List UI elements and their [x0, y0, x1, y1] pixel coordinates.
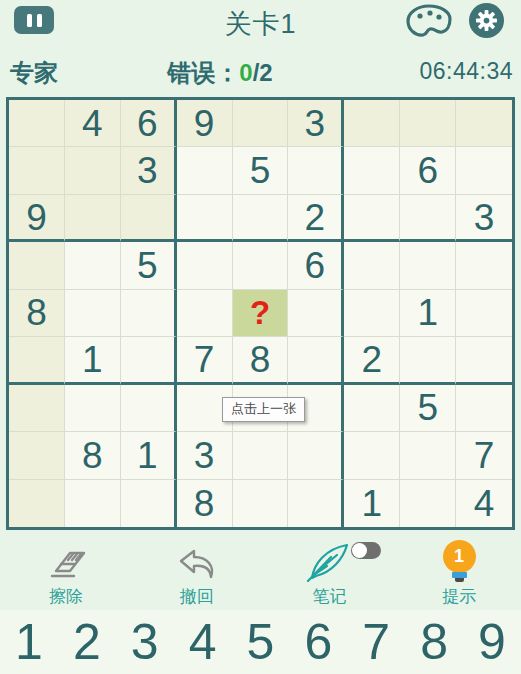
cell-r1c9[interactable]: [456, 100, 512, 147]
gear-icon: [475, 9, 498, 32]
hint-label: 提示: [442, 585, 476, 608]
cell-r2c6[interactable]: [288, 147, 344, 194]
cell-r2c7[interactable]: [344, 147, 400, 194]
numpad-8[interactable]: 8: [420, 617, 448, 667]
cell-r9c9[interactable]: 4: [456, 480, 512, 527]
cell-r4c9[interactable]: [456, 242, 512, 289]
errors-current: 0: [239, 59, 252, 86]
cell-r1c1[interactable]: [9, 100, 65, 147]
cell-r9c2[interactable]: [65, 480, 121, 527]
cell-r2c9[interactable]: [456, 147, 512, 194]
notes-label: 笔记: [312, 585, 346, 608]
erase-button[interactable]: 擦除: [44, 540, 88, 608]
notes-button[interactable]: 笔记: [305, 540, 353, 608]
cell-r2c4[interactable]: [177, 147, 233, 194]
erase-label: 擦除: [49, 585, 83, 608]
cell-r3c5[interactable]: [233, 195, 289, 242]
sudoku-grid: 4693356923568?1178258137814: [6, 97, 515, 530]
cell-r5c3[interactable]: [121, 290, 177, 337]
cell-r8c7[interactable]: [344, 432, 400, 479]
undo-icon: [176, 540, 218, 582]
bulb-icon: 1: [441, 540, 477, 582]
cell-r2c3[interactable]: 3: [121, 147, 177, 194]
cell-r3c1[interactable]: 9: [9, 195, 65, 242]
numpad-9[interactable]: 9: [478, 617, 506, 667]
cell-r8c8[interactable]: [400, 432, 456, 479]
cell-r8c1[interactable]: [9, 432, 65, 479]
cell-r6c7[interactable]: 2: [344, 337, 400, 384]
cell-r6c4[interactable]: 7: [177, 337, 233, 384]
cell-r4c1[interactable]: [9, 242, 65, 289]
cell-r5c2[interactable]: [65, 290, 121, 337]
errors-label: 错误：: [167, 59, 239, 86]
hint-badge: 1: [443, 540, 476, 573]
cell-r3c3[interactable]: [121, 195, 177, 242]
numpad: 123456789: [0, 610, 521, 674]
cell-r9c7[interactable]: 1: [344, 480, 400, 527]
cell-r9c3[interactable]: [121, 480, 177, 527]
header: 关卡1: [0, 0, 521, 44]
undo-button[interactable]: 撤回: [176, 540, 218, 608]
cell-r3c6[interactable]: 2: [288, 195, 344, 242]
cell-r8c4[interactable]: 3: [177, 432, 233, 479]
cell-r2c1[interactable]: [9, 147, 65, 194]
cell-r1c6[interactable]: 3: [288, 100, 344, 147]
numpad-5[interactable]: 5: [247, 617, 275, 667]
cell-r5c8[interactable]: 1: [400, 290, 456, 337]
undo-label: 撤回: [180, 585, 214, 608]
cell-r3c4[interactable]: [177, 195, 233, 242]
cell-r8c5[interactable]: [233, 432, 289, 479]
cell-r3c9[interactable]: 3: [456, 195, 512, 242]
cell-r5c9[interactable]: [456, 290, 512, 337]
cell-r6c1[interactable]: [9, 337, 65, 384]
cell-r5c1[interactable]: 8: [9, 290, 65, 337]
cell-r1c5[interactable]: [233, 100, 289, 147]
cell-r9c4[interactable]: 8: [177, 480, 233, 527]
cell-r6c9[interactable]: [456, 337, 512, 384]
cell-r6c3[interactable]: [121, 337, 177, 384]
cell-r5c4[interactable]: [177, 290, 233, 337]
cell-r4c5[interactable]: [233, 242, 289, 289]
tooltip-previous[interactable]: 点击上一张: [222, 397, 305, 422]
cell-r2c2[interactable]: [65, 147, 121, 194]
toggle-knob: [352, 543, 367, 558]
toolbar: 擦除 撤回 笔记 1: [0, 540, 521, 610]
cell-r6c2[interactable]: 1: [65, 337, 121, 384]
cell-r9c5[interactable]: [233, 480, 289, 527]
cell-r9c8[interactable]: [400, 480, 456, 527]
numpad-4[interactable]: 4: [189, 617, 217, 667]
cell-r7c9[interactable]: [456, 385, 512, 432]
cell-r3c8[interactable]: [400, 195, 456, 242]
game-timer: 06:44:34: [419, 58, 513, 85]
status-bar: 专家 错误：0/2 06:44:34: [0, 55, 521, 87]
cell-r2c5[interactable]: 5: [233, 147, 289, 194]
cell-r1c7[interactable]: [344, 100, 400, 147]
cell-r8c6[interactable]: [288, 432, 344, 479]
cell-r7c8[interactable]: 5: [400, 385, 456, 432]
numpad-2[interactable]: 2: [73, 617, 101, 667]
eraser-icon: [44, 540, 88, 582]
numpad-3[interactable]: 3: [131, 617, 159, 667]
cell-r1c2[interactable]: 4: [65, 100, 121, 147]
cell-r6c6[interactable]: [288, 337, 344, 384]
cell-r7c7[interactable]: [344, 385, 400, 432]
notes-toggle[interactable]: [351, 542, 381, 559]
theme-palette-button[interactable]: [405, 4, 453, 38]
cell-r3c7[interactable]: [344, 195, 400, 242]
numpad-6[interactable]: 6: [304, 617, 332, 667]
cell-r6c8[interactable]: [400, 337, 456, 384]
cell-r1c3[interactable]: 6: [121, 100, 177, 147]
cell-r7c1[interactable]: [9, 385, 65, 432]
cell-r5c6[interactable]: [288, 290, 344, 337]
cell-r6c5[interactable]: 8: [233, 337, 289, 384]
cell-r8c9[interactable]: 7: [456, 432, 512, 479]
cell-r4c3[interactable]: 5: [121, 242, 177, 289]
cell-r4c4[interactable]: [177, 242, 233, 289]
errors-counter: 错误：0/2: [0, 57, 440, 89]
cell-r1c8[interactable]: [400, 100, 456, 147]
cell-r4c8[interactable]: [400, 242, 456, 289]
cell-r4c2[interactable]: [65, 242, 121, 289]
cell-r8c2[interactable]: 8: [65, 432, 121, 479]
cell-r9c1[interactable]: [9, 480, 65, 527]
feather-icon: [305, 540, 353, 582]
cell-r8c3[interactable]: 1: [121, 432, 177, 479]
bulb-tip: [455, 578, 464, 582]
errors-max: /2: [253, 59, 273, 86]
cell-r4c7[interactable]: [344, 242, 400, 289]
numpad-7[interactable]: 7: [362, 617, 390, 667]
numpad-1[interactable]: 1: [15, 617, 43, 667]
settings-button[interactable]: [469, 3, 504, 38]
cell-r5c7[interactable]: [344, 290, 400, 337]
cell-r1c4[interactable]: 9: [177, 100, 233, 147]
cell-r9c6[interactable]: [288, 480, 344, 527]
cell-r2c8[interactable]: 6: [400, 147, 456, 194]
cell-r4c6[interactable]: 6: [288, 242, 344, 289]
cell-r5c5[interactable]: ?: [233, 290, 289, 337]
hint-button[interactable]: 1 提示: [441, 540, 477, 608]
palette-icon: [405, 4, 453, 38]
cell-r7c3[interactable]: [121, 385, 177, 432]
cell-r3c2[interactable]: [65, 195, 121, 242]
cell-r7c2[interactable]: [65, 385, 121, 432]
